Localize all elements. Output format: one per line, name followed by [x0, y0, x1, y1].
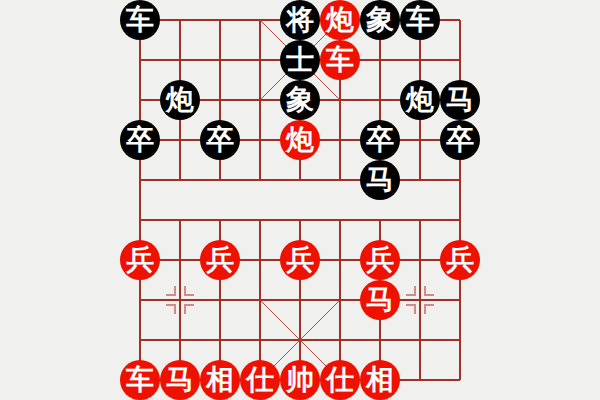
piece-red-rook[interactable]: 车	[120, 360, 160, 400]
piece-red-cannon[interactable]: 炮	[280, 120, 320, 160]
piece-red-soldier[interactable]: 兵	[200, 240, 240, 280]
piece-black-elephant[interactable]: 象	[360, 0, 400, 40]
piece-red-advisor[interactable]: 仕	[240, 360, 280, 400]
piece-black-general[interactable]: 将	[280, 0, 320, 40]
piece-black-soldier[interactable]: 卒	[440, 120, 480, 160]
xiangqi-board: 车将炮象车士车炮象炮马卒卒炮卒卒马兵兵兵兵兵马车马相仕帅仕相	[0, 0, 600, 400]
pieces-grid: 车将炮象车士车炮象炮马卒卒炮卒卒马兵兵兵兵兵马车马相仕帅仕相	[120, 0, 480, 400]
piece-black-horse[interactable]: 马	[440, 80, 480, 120]
piece-black-advisor[interactable]: 士	[280, 40, 320, 80]
piece-black-cannon[interactable]: 炮	[400, 80, 440, 120]
piece-black-soldier[interactable]: 卒	[120, 120, 160, 160]
piece-black-rook[interactable]: 车	[400, 0, 440, 40]
piece-red-advisor[interactable]: 仕	[320, 360, 360, 400]
piece-black-soldier[interactable]: 卒	[200, 120, 240, 160]
piece-red-rook[interactable]: 车	[320, 40, 360, 80]
piece-black-rook[interactable]: 车	[120, 0, 160, 40]
piece-red-horse[interactable]: 马	[160, 360, 200, 400]
piece-black-soldier[interactable]: 卒	[360, 120, 400, 160]
piece-black-cannon[interactable]: 炮	[160, 80, 200, 120]
piece-red-cannon[interactable]: 炮	[320, 0, 360, 40]
piece-red-soldier[interactable]: 兵	[280, 240, 320, 280]
piece-red-soldier[interactable]: 兵	[120, 240, 160, 280]
piece-red-elephant[interactable]: 相	[360, 360, 400, 400]
piece-red-soldier[interactable]: 兵	[440, 240, 480, 280]
piece-red-elephant[interactable]: 相	[200, 360, 240, 400]
piece-black-horse[interactable]: 马	[360, 160, 400, 200]
piece-red-soldier[interactable]: 兵	[360, 240, 400, 280]
piece-red-general[interactable]: 帅	[280, 360, 320, 400]
piece-black-elephant[interactable]: 象	[280, 80, 320, 120]
piece-red-horse[interactable]: 马	[360, 280, 400, 320]
